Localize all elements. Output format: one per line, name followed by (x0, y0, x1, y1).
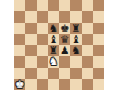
square-e4[interactable]: ♟ (59, 45, 70, 56)
square-e8[interactable] (59, 0, 70, 11)
square-f8[interactable] (70, 0, 81, 11)
square-b2[interactable] (25, 68, 36, 79)
square-g8[interactable] (82, 0, 93, 11)
square-h8[interactable] (93, 0, 104, 11)
square-g6[interactable] (82, 23, 93, 34)
square-b7[interactable] (25, 11, 36, 22)
square-h7[interactable] (93, 11, 104, 22)
square-b4[interactable] (25, 45, 36, 56)
square-c5[interactable] (37, 34, 48, 45)
square-h2[interactable] (93, 68, 104, 79)
square-c1[interactable] (37, 79, 48, 90)
square-h6[interactable] (93, 23, 104, 34)
square-e7[interactable] (59, 11, 70, 22)
square-c2[interactable] (37, 68, 48, 79)
square-h1[interactable] (93, 79, 104, 90)
square-h3[interactable] (93, 56, 104, 67)
piece-white-king-a1[interactable]: ♚ (14, 79, 25, 90)
square-b6[interactable] (25, 23, 36, 34)
square-b5[interactable] (25, 34, 36, 45)
square-a8[interactable] (14, 0, 25, 11)
square-a5[interactable] (14, 34, 25, 45)
square-e3[interactable] (59, 56, 70, 67)
square-b1[interactable] (25, 79, 36, 90)
square-f1[interactable] (70, 79, 81, 90)
square-c8[interactable] (37, 0, 48, 11)
square-a7[interactable] (14, 11, 25, 22)
square-a4[interactable] (14, 45, 25, 56)
page-background: ♞♚♜♝♛♝♜♟♞♞♚ (0, 0, 120, 90)
square-g3[interactable] (82, 56, 93, 67)
square-c6[interactable] (37, 23, 48, 34)
square-g7[interactable] (82, 11, 93, 22)
square-f2[interactable] (70, 68, 81, 79)
chess-board: ♞♚♜♝♛♝♜♟♞♞♚ (14, 0, 104, 90)
square-f3[interactable] (70, 56, 81, 67)
square-d8[interactable] (48, 0, 59, 11)
square-g5[interactable] (82, 34, 93, 45)
square-h4[interactable] (93, 45, 104, 56)
square-c4[interactable] (37, 45, 48, 56)
square-d7[interactable] (48, 11, 59, 22)
square-g1[interactable] (82, 79, 93, 90)
square-a1[interactable]: ♚ (14, 79, 25, 90)
square-b8[interactable] (25, 0, 36, 11)
square-g2[interactable] (82, 68, 93, 79)
piece-black-knight-f4[interactable]: ♞ (70, 45, 81, 56)
square-d1[interactable] (48, 79, 59, 90)
square-f4[interactable]: ♞ (70, 45, 81, 56)
square-c3[interactable] (37, 56, 48, 67)
square-f7[interactable] (70, 11, 81, 22)
square-g4[interactable] (82, 45, 93, 56)
square-a3[interactable] (14, 56, 25, 67)
piece-black-pawn-e4[interactable]: ♟ (59, 45, 70, 56)
piece-white-knight-d3[interactable]: ♞ (48, 56, 59, 67)
square-d3[interactable]: ♞ (48, 56, 59, 67)
square-h5[interactable] (93, 34, 104, 45)
square-b3[interactable] (25, 56, 36, 67)
square-a6[interactable] (14, 23, 25, 34)
square-e2[interactable] (59, 68, 70, 79)
square-d2[interactable] (48, 68, 59, 79)
square-c7[interactable] (37, 11, 48, 22)
square-e1[interactable] (59, 79, 70, 90)
